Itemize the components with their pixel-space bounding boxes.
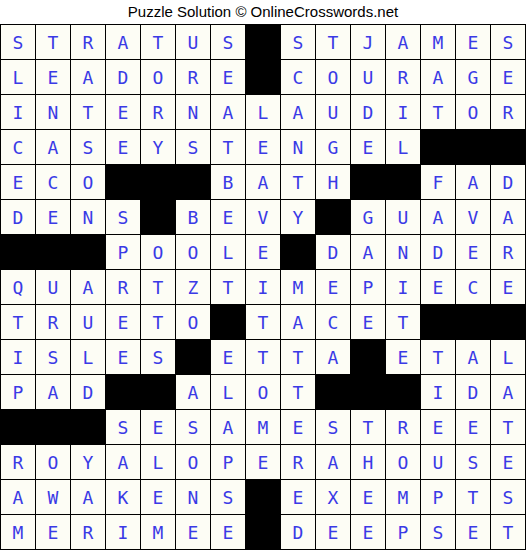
cell-r14c15[interactable]: S	[491, 480, 525, 514]
cell-r13c1[interactable]: R	[1, 445, 35, 479]
cell-r3c13[interactable]: T	[421, 95, 455, 129]
cell-r1c4[interactable]: A	[106, 25, 140, 59]
cell-r3c3[interactable]: T	[71, 95, 105, 129]
cell-r5c13[interactable]: F	[421, 165, 455, 199]
cell-r13c14[interactable]: S	[456, 445, 490, 479]
cell-r1c12[interactable]: A	[386, 25, 420, 59]
cell-r2c15[interactable]: E	[491, 60, 525, 94]
black-cell-r5c11	[351, 165, 385, 199]
cell-r3c11[interactable]: D	[351, 95, 385, 129]
cell-r5c3[interactable]: O	[71, 165, 105, 199]
cell-r14c9[interactable]: E	[281, 480, 315, 514]
black-cell-r4c15	[491, 130, 525, 164]
black-cell-r4c14	[456, 130, 490, 164]
cell-r13c3[interactable]: Y	[71, 445, 105, 479]
cell-r13c8[interactable]: E	[246, 445, 280, 479]
cell-r11c1[interactable]: P	[1, 375, 35, 409]
cell-r15c12[interactable]: P	[386, 515, 420, 549]
cell-r2c7[interactable]: E	[211, 60, 245, 94]
cell-r4c5[interactable]: Y	[141, 130, 175, 164]
cell-r6c15[interactable]: A	[491, 200, 525, 234]
cell-r9c2[interactable]: R	[36, 305, 70, 339]
cell-r1c10[interactable]: T	[316, 25, 350, 59]
cell-r15c10[interactable]: E	[316, 515, 350, 549]
cell-r13c5[interactable]: L	[141, 445, 175, 479]
cell-r1c2[interactable]: T	[36, 25, 70, 59]
cell-r2c14[interactable]: G	[456, 60, 490, 94]
cell-r14c5[interactable]: E	[141, 480, 175, 514]
cell-r15c13[interactable]: S	[421, 515, 455, 549]
cell-r7c13[interactable]: D	[421, 235, 455, 269]
black-cell-r5c12	[386, 165, 420, 199]
cell-r12c11[interactable]: T	[351, 410, 385, 444]
black-cell-r7c3	[71, 235, 105, 269]
cell-r13c6[interactable]: O	[176, 445, 210, 479]
cell-r1c3[interactable]: R	[71, 25, 105, 59]
cell-r3c1[interactable]: I	[1, 95, 35, 129]
cell-r15c1[interactable]: M	[1, 515, 35, 549]
cell-r5c10[interactable]: H	[316, 165, 350, 199]
black-cell-r5c5	[141, 165, 175, 199]
black-cell-r4c13	[421, 130, 455, 164]
black-cell-r12c2	[36, 410, 70, 444]
cell-r10c7[interactable]: E	[211, 340, 245, 374]
cell-r2c12[interactable]: R	[386, 60, 420, 94]
black-cell-r5c6	[176, 165, 210, 199]
cell-r8c1[interactable]: Q	[1, 270, 35, 304]
cell-r4c8[interactable]: E	[246, 130, 280, 164]
cell-r4c11[interactable]: E	[351, 130, 385, 164]
cell-r4c9[interactable]: N	[281, 130, 315, 164]
cell-r13c13[interactable]: U	[421, 445, 455, 479]
cell-r8c9[interactable]: M	[281, 270, 315, 304]
black-cell-r10c6	[176, 340, 210, 374]
cell-r3c9[interactable]: A	[281, 95, 315, 129]
cell-r1c11[interactable]: J	[351, 25, 385, 59]
cell-r12c10[interactable]: S	[316, 410, 350, 444]
cell-r7c15[interactable]: R	[491, 235, 525, 269]
cell-r13c2[interactable]: O	[36, 445, 70, 479]
cell-r4c10[interactable]: G	[316, 130, 350, 164]
cell-r9c11[interactable]: E	[351, 305, 385, 339]
cell-r9c6[interactable]: O	[176, 305, 210, 339]
cell-r8c5[interactable]: T	[141, 270, 175, 304]
cell-r3c6[interactable]: N	[176, 95, 210, 129]
black-cell-r11c4	[106, 375, 140, 409]
cell-r10c1[interactable]: I	[1, 340, 35, 374]
cell-r8c7[interactable]: T	[211, 270, 245, 304]
cell-r2c4[interactable]: D	[106, 60, 140, 94]
cell-r2c2[interactable]: E	[36, 60, 70, 94]
cell-r1c6[interactable]: U	[176, 25, 210, 59]
cell-r12c4[interactable]: S	[106, 410, 140, 444]
cell-r1c7[interactable]: S	[211, 25, 245, 59]
cell-r13c12[interactable]: O	[386, 445, 420, 479]
cell-r7c8[interactable]: E	[246, 235, 280, 269]
crossword-grid: STRATUSSTJAMESLEADORECOURAGEINTERNALAUDI…	[0, 24, 526, 550]
cell-r2c1[interactable]: L	[1, 60, 35, 94]
cell-r14c1[interactable]: A	[1, 480, 35, 514]
cell-r2c3[interactable]: A	[71, 60, 105, 94]
cell-r12c9[interactable]: E	[281, 410, 315, 444]
cell-r13c10[interactable]: A	[316, 445, 350, 479]
cell-r8c3[interactable]: A	[71, 270, 105, 304]
cell-r6c11[interactable]: G	[351, 200, 385, 234]
cell-r13c9[interactable]: R	[281, 445, 315, 479]
black-cell-r15c8	[246, 515, 280, 549]
cell-r11c15[interactable]: A	[491, 375, 525, 409]
cell-r13c15[interactable]: E	[491, 445, 525, 479]
cell-r10c10[interactable]: A	[316, 340, 350, 374]
cell-r15c7[interactable]: E	[211, 515, 245, 549]
cell-r1c14[interactable]: E	[456, 25, 490, 59]
cell-r8c13[interactable]: E	[421, 270, 455, 304]
cell-r3c5[interactable]: R	[141, 95, 175, 129]
cell-r12c14[interactable]: E	[456, 410, 490, 444]
cell-r7c4[interactable]: P	[106, 235, 140, 269]
cell-r14c4[interactable]: K	[106, 480, 140, 514]
cell-r4c12[interactable]: L	[386, 130, 420, 164]
cell-r11c7[interactable]: L	[211, 375, 245, 409]
cell-r5c2[interactable]: C	[36, 165, 70, 199]
cell-r6c7[interactable]: E	[211, 200, 245, 234]
cell-r12c15[interactable]: T	[491, 410, 525, 444]
cell-r14c10[interactable]: X	[316, 480, 350, 514]
black-cell-r7c9	[281, 235, 315, 269]
cell-r6c2[interactable]: E	[36, 200, 70, 234]
cell-r1c13[interactable]: M	[421, 25, 455, 59]
cell-r2c10[interactable]: O	[316, 60, 350, 94]
cell-r6c14[interactable]: V	[456, 200, 490, 234]
cell-r14c2[interactable]: W	[36, 480, 70, 514]
cell-r11c9[interactable]: T	[281, 375, 315, 409]
cell-r14c7[interactable]: S	[211, 480, 245, 514]
cell-r14c13[interactable]: P	[421, 480, 455, 514]
cell-r7c14[interactable]: E	[456, 235, 490, 269]
black-cell-r10c11	[351, 340, 385, 374]
black-cell-r6c10	[316, 200, 350, 234]
cell-r5c9[interactable]: T	[281, 165, 315, 199]
cell-r3c12[interactable]: I	[386, 95, 420, 129]
cell-r6c1[interactable]: D	[1, 200, 35, 234]
cell-r9c10[interactable]: C	[316, 305, 350, 339]
cell-r11c6[interactable]: A	[176, 375, 210, 409]
cell-r15c11[interactable]: E	[351, 515, 385, 549]
cell-r15c3[interactable]: R	[71, 515, 105, 549]
cell-r6c3[interactable]: N	[71, 200, 105, 234]
cell-r10c2[interactable]: S	[36, 340, 70, 374]
cell-r8c6[interactable]: Z	[176, 270, 210, 304]
cell-r12c8[interactable]: M	[246, 410, 280, 444]
cell-r15c4[interactable]: I	[106, 515, 140, 549]
cell-r10c15[interactable]: L	[491, 340, 525, 374]
cell-r10c4[interactable]: E	[106, 340, 140, 374]
cell-r7c10[interactable]: D	[316, 235, 350, 269]
cell-r11c3[interactable]: D	[71, 375, 105, 409]
black-cell-r2c8	[246, 60, 280, 94]
black-cell-r9c13	[421, 305, 455, 339]
cell-r2c13[interactable]: A	[421, 60, 455, 94]
cell-r6c8[interactable]: V	[246, 200, 280, 234]
cell-r7c11[interactable]: A	[351, 235, 385, 269]
cell-r3c2[interactable]: N	[36, 95, 70, 129]
black-cell-r7c1	[1, 235, 35, 269]
cell-r8c2[interactable]: U	[36, 270, 70, 304]
cell-r6c13[interactable]: A	[421, 200, 455, 234]
cell-r1c1[interactable]: S	[1, 25, 35, 59]
black-cell-r9c14	[456, 305, 490, 339]
cell-r7c6[interactable]: O	[176, 235, 210, 269]
cell-r9c5[interactable]: T	[141, 305, 175, 339]
cell-r2c5[interactable]: O	[141, 60, 175, 94]
cell-r9c4[interactable]: E	[106, 305, 140, 339]
cell-r4c1[interactable]: C	[1, 130, 35, 164]
cell-r8c14[interactable]: C	[456, 270, 490, 304]
black-cell-r9c15	[491, 305, 525, 339]
cell-r1c9[interactable]: S	[281, 25, 315, 59]
cell-r9c9[interactable]: A	[281, 305, 315, 339]
cell-r14c3[interactable]: A	[71, 480, 105, 514]
black-cell-r6c5	[141, 200, 175, 234]
cell-r8c8[interactable]: I	[246, 270, 280, 304]
cell-r15c9[interactable]: D	[281, 515, 315, 549]
cell-r9c8[interactable]: T	[246, 305, 280, 339]
cell-r4c4[interactable]: E	[106, 130, 140, 164]
black-cell-r11c12	[386, 375, 420, 409]
cell-r14c12[interactable]: M	[386, 480, 420, 514]
cell-r6c4[interactable]: S	[106, 200, 140, 234]
black-cell-r11c10	[316, 375, 350, 409]
cell-r12c13[interactable]: E	[421, 410, 455, 444]
cell-r12c6[interactable]: S	[176, 410, 210, 444]
cell-r8c11[interactable]: P	[351, 270, 385, 304]
cell-r3c7[interactable]: A	[211, 95, 245, 129]
cell-r6c9[interactable]: Y	[281, 200, 315, 234]
cell-r2c9[interactable]: C	[281, 60, 315, 94]
cell-r4c7[interactable]: T	[211, 130, 245, 164]
cell-r11c2[interactable]: A	[36, 375, 70, 409]
cell-r14c14[interactable]: T	[456, 480, 490, 514]
cell-r13c7[interactable]: P	[211, 445, 245, 479]
black-cell-r1c8	[246, 25, 280, 59]
cell-r5c15[interactable]: D	[491, 165, 525, 199]
cell-r3c10[interactable]: U	[316, 95, 350, 129]
cell-r8c10[interactable]: E	[316, 270, 350, 304]
cell-r15c14[interactable]: E	[456, 515, 490, 549]
black-cell-r7c2	[36, 235, 70, 269]
cell-r14c11[interactable]: E	[351, 480, 385, 514]
cell-r4c6[interactable]: S	[176, 130, 210, 164]
black-cell-r12c1	[1, 410, 35, 444]
cell-r11c14[interactable]: D	[456, 375, 490, 409]
cell-r5c7[interactable]: B	[211, 165, 245, 199]
cell-r8c15[interactable]: E	[491, 270, 525, 304]
cell-r13c4[interactable]: A	[106, 445, 140, 479]
cell-r10c14[interactable]: A	[456, 340, 490, 374]
cell-r15c6[interactable]: E	[176, 515, 210, 549]
cell-r7c7[interactable]: L	[211, 235, 245, 269]
cell-r15c5[interactable]: M	[141, 515, 175, 549]
black-cell-r11c5	[141, 375, 175, 409]
cell-r10c8[interactable]: T	[246, 340, 280, 374]
cell-r15c15[interactable]: T	[491, 515, 525, 549]
cell-r2c11[interactable]: U	[351, 60, 385, 94]
cell-r1c15[interactable]: S	[491, 25, 525, 59]
page-title: Puzzle Solution © OnlineCrosswords.net	[0, 0, 526, 24]
cell-r9c1[interactable]: T	[1, 305, 35, 339]
black-cell-r11c11	[351, 375, 385, 409]
cell-r13c11[interactable]: H	[351, 445, 385, 479]
cell-r12c12[interactable]: R	[386, 410, 420, 444]
cell-r10c5[interactable]: S	[141, 340, 175, 374]
cell-r10c13[interactable]: T	[421, 340, 455, 374]
cell-r2c6[interactable]: R	[176, 60, 210, 94]
cell-r3c14[interactable]: O	[456, 95, 490, 129]
cell-r3c15[interactable]: R	[491, 95, 525, 129]
cell-r1c5[interactable]: T	[141, 25, 175, 59]
cell-r11c8[interactable]: O	[246, 375, 280, 409]
cell-r10c9[interactable]: T	[281, 340, 315, 374]
black-cell-r14c8	[246, 480, 280, 514]
cell-r9c3[interactable]: U	[71, 305, 105, 339]
cell-r10c3[interactable]: L	[71, 340, 105, 374]
cell-r5c8[interactable]: A	[246, 165, 280, 199]
cell-r9c12[interactable]: T	[386, 305, 420, 339]
cell-r3c8[interactable]: L	[246, 95, 280, 129]
cell-r4c3[interactable]: S	[71, 130, 105, 164]
cell-r5c1[interactable]: E	[1, 165, 35, 199]
black-cell-r5c4	[106, 165, 140, 199]
black-cell-r9c7	[211, 305, 245, 339]
cell-r3c4[interactable]: E	[106, 95, 140, 129]
cell-r8c4[interactable]: R	[106, 270, 140, 304]
cell-r10c12[interactable]: E	[386, 340, 420, 374]
cell-r12c7[interactable]: A	[211, 410, 245, 444]
cell-r12c5[interactable]: E	[141, 410, 175, 444]
puzzle-solution-page: Puzzle Solution © OnlineCrosswords.net S…	[0, 0, 526, 551]
cell-r7c5[interactable]: O	[141, 235, 175, 269]
cell-r6c6[interactable]: B	[176, 200, 210, 234]
cell-r7c12[interactable]: N	[386, 235, 420, 269]
cell-r8c12[interactable]: I	[386, 270, 420, 304]
cell-r14c6[interactable]: N	[176, 480, 210, 514]
cell-r6c12[interactable]: U	[386, 200, 420, 234]
cell-r11c13[interactable]: I	[421, 375, 455, 409]
black-cell-r12c3	[71, 410, 105, 444]
cell-r5c14[interactable]: A	[456, 165, 490, 199]
cell-r4c2[interactable]: A	[36, 130, 70, 164]
cell-r15c2[interactable]: E	[36, 515, 70, 549]
